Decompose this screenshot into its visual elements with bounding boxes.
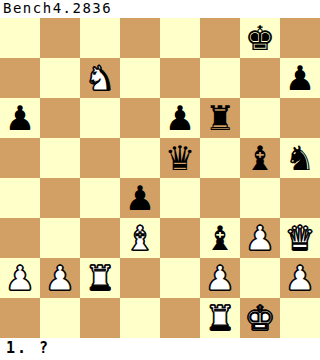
square-f4[interactable] xyxy=(200,178,240,218)
square-h1[interactable] xyxy=(280,298,320,338)
square-h6[interactable] xyxy=(280,98,320,138)
square-f8[interactable] xyxy=(200,18,240,58)
square-d1[interactable] xyxy=(120,298,160,338)
square-e3[interactable] xyxy=(160,218,200,258)
square-e5[interactable]: ♛ xyxy=(160,138,200,178)
square-f5[interactable] xyxy=(200,138,240,178)
piece-white-pawn[interactable]: ♟ xyxy=(280,258,320,298)
square-e7[interactable] xyxy=(160,58,200,98)
square-a3[interactable] xyxy=(0,218,40,258)
square-e8[interactable] xyxy=(160,18,200,58)
piece-white-king[interactable]: ♚ xyxy=(240,298,280,338)
square-d6[interactable] xyxy=(120,98,160,138)
square-d4[interactable]: ♟ xyxy=(120,178,160,218)
square-b2[interactable]: ♟ xyxy=(40,258,80,298)
square-g1[interactable]: ♚ xyxy=(240,298,280,338)
square-h8[interactable] xyxy=(280,18,320,58)
piece-white-pawn[interactable]: ♟ xyxy=(240,218,280,258)
piece-white-knight[interactable]: ♞ xyxy=(80,58,120,98)
piece-black-pawn[interactable]: ♟ xyxy=(280,58,320,98)
square-h2[interactable]: ♟ xyxy=(280,258,320,298)
square-e6[interactable]: ♟ xyxy=(160,98,200,138)
piece-black-bishop[interactable]: ♝ xyxy=(240,138,280,178)
window-title: Bench4.2836 xyxy=(3,0,112,18)
square-h4[interactable] xyxy=(280,178,320,218)
square-e4[interactable] xyxy=(160,178,200,218)
square-h5[interactable]: ♞ xyxy=(280,138,320,178)
piece-black-pawn[interactable]: ♟ xyxy=(160,98,200,138)
piece-black-pawn[interactable]: ♟ xyxy=(120,178,160,218)
piece-black-pawn[interactable]: ♟ xyxy=(0,98,40,138)
square-a5[interactable] xyxy=(0,138,40,178)
square-b3[interactable] xyxy=(40,218,80,258)
piece-white-rook[interactable]: ♜ xyxy=(80,258,120,298)
chess-board: ♚♞♟♟♟♜♛♝♞♟♝♝♟♛♟♟♜♟♟♜♚ xyxy=(0,18,320,338)
piece-black-queen[interactable]: ♛ xyxy=(160,138,200,178)
square-b1[interactable] xyxy=(40,298,80,338)
square-a8[interactable] xyxy=(0,18,40,58)
square-h7[interactable]: ♟ xyxy=(280,58,320,98)
square-f2[interactable]: ♟ xyxy=(200,258,240,298)
square-c1[interactable] xyxy=(80,298,120,338)
piece-black-knight[interactable]: ♞ xyxy=(280,138,320,178)
square-g2[interactable] xyxy=(240,258,280,298)
square-b6[interactable] xyxy=(40,98,80,138)
square-a6[interactable]: ♟ xyxy=(0,98,40,138)
square-a1[interactable] xyxy=(0,298,40,338)
square-c5[interactable] xyxy=(80,138,120,178)
square-e2[interactable] xyxy=(160,258,200,298)
square-d7[interactable] xyxy=(120,58,160,98)
square-g3[interactable]: ♟ xyxy=(240,218,280,258)
piece-white-queen[interactable]: ♛ xyxy=(280,218,320,258)
piece-white-pawn[interactable]: ♟ xyxy=(200,258,240,298)
move-prompt: 1. ? xyxy=(6,339,50,360)
square-b5[interactable] xyxy=(40,138,80,178)
square-g6[interactable] xyxy=(240,98,280,138)
square-f1[interactable]: ♜ xyxy=(200,298,240,338)
piece-black-bishop[interactable]: ♝ xyxy=(200,218,240,258)
square-g5[interactable]: ♝ xyxy=(240,138,280,178)
square-d8[interactable] xyxy=(120,18,160,58)
square-b7[interactable] xyxy=(40,58,80,98)
piece-white-bishop[interactable]: ♝ xyxy=(120,218,160,258)
square-f7[interactable] xyxy=(200,58,240,98)
piece-white-pawn[interactable]: ♟ xyxy=(0,258,40,298)
square-f6[interactable]: ♜ xyxy=(200,98,240,138)
square-c4[interactable] xyxy=(80,178,120,218)
square-d2[interactable] xyxy=(120,258,160,298)
piece-black-rook[interactable]: ♜ xyxy=(200,98,240,138)
piece-white-rook[interactable]: ♜ xyxy=(200,298,240,338)
square-g4[interactable] xyxy=(240,178,280,218)
square-b8[interactable] xyxy=(40,18,80,58)
square-a7[interactable] xyxy=(0,58,40,98)
square-a2[interactable]: ♟ xyxy=(0,258,40,298)
square-b4[interactable] xyxy=(40,178,80,218)
square-g7[interactable] xyxy=(240,58,280,98)
square-a4[interactable] xyxy=(0,178,40,218)
square-c6[interactable] xyxy=(80,98,120,138)
piece-white-pawn[interactable]: ♟ xyxy=(40,258,80,298)
square-f3[interactable]: ♝ xyxy=(200,218,240,258)
square-c7[interactable]: ♞ xyxy=(80,58,120,98)
square-c2[interactable]: ♜ xyxy=(80,258,120,298)
piece-black-king[interactable]: ♚ xyxy=(240,18,280,58)
square-c3[interactable] xyxy=(80,218,120,258)
square-g8[interactable]: ♚ xyxy=(240,18,280,58)
square-d5[interactable] xyxy=(120,138,160,178)
square-e1[interactable] xyxy=(160,298,200,338)
square-d3[interactable]: ♝ xyxy=(120,218,160,258)
square-c8[interactable] xyxy=(80,18,120,58)
square-h3[interactable]: ♛ xyxy=(280,218,320,258)
